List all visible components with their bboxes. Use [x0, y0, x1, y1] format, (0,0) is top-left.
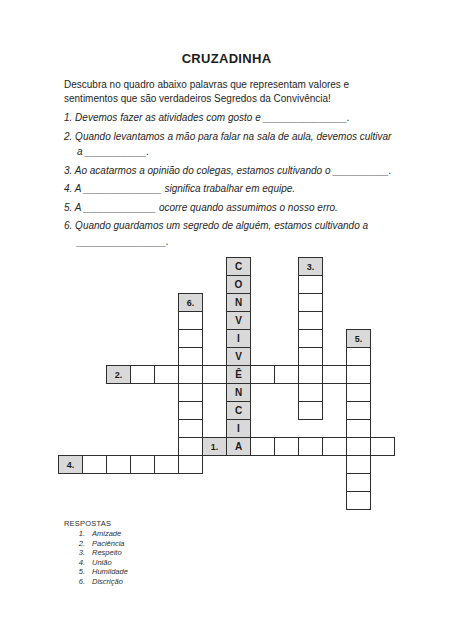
empty-answer-cell	[178, 437, 203, 456]
clues-list: 1. Devemos fazer as atividades com gosto…	[64, 110, 434, 252]
empty-answer-cell	[130, 365, 155, 384]
answer-number: 4.	[64, 558, 85, 568]
clue-2-line-1: 2. Quando levantamos a mão para falar na…	[64, 129, 434, 145]
theme-letter-cell: A	[226, 437, 251, 456]
empty-answer-cell	[250, 437, 275, 456]
empty-answer-cell	[106, 455, 131, 474]
empty-answer-cell	[178, 383, 203, 402]
empty-answer-cell	[346, 437, 371, 456]
empty-answer-cell	[274, 437, 299, 456]
empty-answer-cell	[322, 365, 347, 384]
clue-number-cell: 6.	[178, 293, 203, 312]
empty-answer-cell	[178, 455, 203, 474]
empty-answer-cell	[250, 365, 275, 384]
theme-letter-cell: V	[226, 311, 251, 330]
empty-answer-cell	[178, 401, 203, 420]
answer-number: 5.	[64, 567, 85, 577]
theme-letter-cell: O	[226, 275, 251, 294]
answer-number: 6.	[64, 577, 85, 587]
empty-answer-cell	[346, 473, 371, 492]
answer-word: Discrição	[92, 577, 123, 586]
answer-item-5: 5.Humildade	[64, 567, 264, 577]
empty-answer-cell	[154, 455, 179, 474]
empty-answer-cell	[346, 401, 371, 420]
clue-3: 3. Ao acatarmos a opinião do colegas, es…	[64, 163, 434, 179]
empty-answer-cell	[178, 365, 203, 384]
answer-word: União	[92, 558, 112, 567]
clue-number-cell: 3.	[298, 257, 323, 276]
theme-letter-cell: C	[226, 257, 251, 276]
clue-1-line-1: 1. Devemos fazer as atividades com gosto…	[64, 110, 434, 126]
answer-item-6: 6.Discrição	[64, 577, 264, 587]
answer-number: 3.	[64, 548, 85, 558]
empty-answer-cell	[298, 311, 323, 330]
empty-answer-cell	[346, 491, 371, 510]
clue-4-line-1: 4. A ______________ significa trabalhar …	[64, 181, 434, 197]
answer-key-heading: RESPOSTAS	[64, 519, 264, 529]
empty-answer-cell	[82, 455, 107, 474]
theme-letter-cell: Ê	[226, 365, 251, 384]
empty-answer-cell	[370, 437, 395, 456]
puzzle-title: CRUZADINHA	[0, 51, 453, 66]
clue-6-line-1: 6. Quando guardamos um segredo de alguém…	[64, 218, 434, 234]
empty-answer-cell	[202, 365, 227, 384]
clue-2-line-2: a ___________.	[64, 144, 434, 160]
clue-6: 6. Quando guardamos um segredo de alguém…	[64, 218, 434, 249]
theme-letter-cell: N	[226, 383, 251, 402]
empty-answer-cell	[298, 275, 323, 294]
empty-answer-cell	[322, 437, 347, 456]
clue-2: 2. Quando levantamos a mão para falar na…	[64, 129, 434, 160]
theme-letter-cell: C	[226, 401, 251, 420]
answer-number: 1.	[64, 529, 85, 539]
answer-word: Paciência	[92, 539, 125, 548]
empty-answer-cell	[130, 455, 155, 474]
clue-number-cell: 5.	[346, 329, 371, 348]
theme-letter-cell: V	[226, 347, 251, 366]
clue-6-line-2: ________________.	[64, 234, 434, 250]
theme-letter-cell: N	[226, 293, 251, 312]
empty-answer-cell	[346, 419, 371, 438]
clue-5: 5. A _____________ ocorre quando assumim…	[64, 200, 434, 216]
answer-item-4: 4.União	[64, 558, 264, 568]
clue-5-line-1: 5. A _____________ ocorre quando assumim…	[64, 200, 434, 216]
empty-answer-cell	[346, 365, 371, 384]
intro-text: Descubra no quadro abaixo palavras que r…	[64, 78, 424, 107]
intro-line-1: Descubra no quadro abaixo palavras que r…	[64, 78, 424, 92]
answer-item-3: 3.Respeito	[64, 548, 264, 558]
empty-answer-cell	[298, 437, 323, 456]
clue-3-line-1: 3. Ao acatarmos a opinião do colegas, es…	[64, 163, 434, 179]
empty-answer-cell	[298, 401, 323, 420]
empty-answer-cell	[274, 365, 299, 384]
empty-answer-cell	[346, 347, 371, 366]
worksheet-page: CRUZADINHA Descubra no quadro abaixo pal…	[0, 0, 453, 640]
clue-number-cell: 2.	[106, 365, 131, 384]
clue-number-cell: 4.	[58, 455, 83, 474]
empty-answer-cell	[178, 311, 203, 330]
answer-word: Amizade	[92, 529, 121, 538]
answer-item-2: 2.Paciência	[64, 539, 264, 549]
empty-answer-cell	[298, 329, 323, 348]
empty-answer-cell	[298, 293, 323, 312]
empty-answer-cell	[178, 419, 203, 438]
empty-answer-cell	[178, 347, 203, 366]
empty-answer-cell	[346, 455, 371, 474]
empty-answer-cell	[178, 329, 203, 348]
intro-line-2: sentimentos que são verdadeiros Segredos…	[64, 92, 424, 106]
answer-key: RESPOSTAS 1.Amizade 2.Paciência 3.Respei…	[64, 519, 264, 587]
clue-number-cell: 1.	[202, 437, 227, 456]
theme-letter-cell: I	[226, 419, 251, 438]
empty-answer-cell	[298, 365, 323, 384]
empty-answer-cell	[154, 365, 179, 384]
empty-answer-cell	[298, 347, 323, 366]
empty-answer-cell	[298, 383, 323, 402]
answer-word: Respeito	[92, 548, 122, 557]
answer-number: 2.	[64, 539, 85, 549]
answer-word: Humildade	[92, 567, 128, 576]
answer-item-1: 1.Amizade	[64, 529, 264, 539]
clue-4: 4. A ______________ significa trabalhar …	[64, 181, 434, 197]
clue-1: 1. Devemos fazer as atividades com gosto…	[64, 110, 434, 126]
theme-letter-cell: I	[226, 329, 251, 348]
crossword-grid: CONVIVÊNCIA3.6.5.2.1.4.	[58, 257, 397, 511]
empty-answer-cell	[346, 383, 371, 402]
